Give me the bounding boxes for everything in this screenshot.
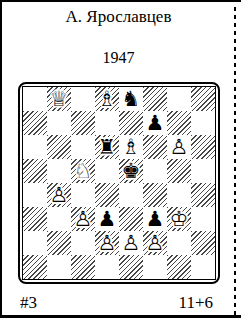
- square-b1: [47, 255, 71, 279]
- material-count-label: 11+6: [179, 293, 213, 313]
- piece-white-pawn-c3: ♟♙: [71, 207, 95, 231]
- square-g1: [167, 255, 191, 279]
- square-c4: [71, 183, 95, 207]
- square-f5: [143, 159, 167, 183]
- problem-page: А. Ярославцев 1947 ♛♕♝♗♞♟♜♝♗♟♙♞♘♚♟♙♟♙♟♟♚…: [0, 0, 241, 318]
- square-b6: [47, 135, 71, 159]
- piece-white-bishop-e6: ♝♗: [119, 135, 143, 159]
- square-f8: [143, 87, 167, 111]
- square-e5: ♚: [119, 159, 143, 183]
- square-h3: [191, 207, 215, 231]
- year: 1947: [2, 49, 235, 67]
- piece-white-bishop-d8: ♝♗: [95, 87, 119, 111]
- square-h1: [191, 255, 215, 279]
- square-a1: [23, 255, 47, 279]
- piece-white-pawn-g6: ♟♙: [167, 135, 191, 159]
- square-f1: [143, 255, 167, 279]
- square-g8: [167, 87, 191, 111]
- square-h8: [191, 87, 215, 111]
- square-e3: [119, 207, 143, 231]
- square-a3: [23, 207, 47, 231]
- square-f6: [143, 135, 167, 159]
- square-f3: ♟: [143, 207, 167, 231]
- square-d7: [95, 111, 119, 135]
- square-c2: [71, 231, 95, 255]
- square-h7: [191, 111, 215, 135]
- square-e1: [119, 255, 143, 279]
- square-f2: ♟♙: [143, 231, 167, 255]
- square-c6: [71, 135, 95, 159]
- square-c5: ♞♘: [71, 159, 95, 183]
- square-a8: [23, 87, 47, 111]
- square-d5: [95, 159, 119, 183]
- square-g6: ♟♙: [167, 135, 191, 159]
- square-g3: ♚♔: [167, 207, 191, 231]
- square-g5: [167, 159, 191, 183]
- square-d4: [95, 183, 119, 207]
- square-c8: [71, 87, 95, 111]
- square-b2: [47, 231, 71, 255]
- square-h6: [191, 135, 215, 159]
- square-b7: [47, 111, 71, 135]
- piece-white-pawn-d2: ♟♙: [95, 231, 119, 255]
- piece-black-rook-d6: ♜: [95, 135, 119, 159]
- square-h2: [191, 231, 215, 255]
- square-a4: [23, 183, 47, 207]
- square-a7: [23, 111, 47, 135]
- square-e2: ♟♙: [119, 231, 143, 255]
- piece-white-pawn-e2: ♟♙: [119, 231, 143, 255]
- square-g7: [167, 111, 191, 135]
- square-a5: [23, 159, 47, 183]
- square-f4: [143, 183, 167, 207]
- piece-white-knight-c5: ♞♘: [71, 159, 95, 183]
- square-d2: ♟♙: [95, 231, 119, 255]
- square-b3: [47, 207, 71, 231]
- square-c1: [71, 255, 95, 279]
- square-b8: ♛♕: [47, 87, 71, 111]
- square-a2: [23, 231, 47, 255]
- square-e6: ♝♗: [119, 135, 143, 159]
- square-e7: [119, 111, 143, 135]
- chess-board: ♛♕♝♗♞♟♜♝♗♟♙♞♘♚♟♙♟♙♟♟♚♔♟♙♟♙♟♙: [23, 87, 215, 279]
- square-c3: ♟♙: [71, 207, 95, 231]
- piece-black-king-e5: ♚: [119, 159, 143, 183]
- piece-white-queen-b8: ♛♕: [47, 87, 71, 111]
- square-d6: ♜: [95, 135, 119, 159]
- piece-white-pawn-b4: ♟♙: [47, 183, 71, 207]
- square-g2: [167, 231, 191, 255]
- square-d3: ♟: [95, 207, 119, 231]
- square-a6: [23, 135, 47, 159]
- square-d8: ♝♗: [95, 87, 119, 111]
- piece-black-knight-e8: ♞: [119, 87, 143, 111]
- square-b4: ♟♙: [47, 183, 71, 207]
- board-border: ♛♕♝♗♞♟♜♝♗♟♙♞♘♚♟♙♟♙♟♟♚♔♟♙♟♙♟♙: [22, 86, 216, 280]
- piece-black-pawn-f7: ♟: [143, 111, 167, 135]
- square-c7: [71, 111, 95, 135]
- piece-black-pawn-d3: ♟: [95, 207, 119, 231]
- board-frame: ♛♕♝♗♞♟♜♝♗♟♙♞♘♚♟♙♟♙♟♟♚♔♟♙♟♙♟♙: [18, 82, 220, 284]
- author-name: А. Ярославцев: [2, 7, 235, 27]
- stipulation-label: #3: [20, 293, 37, 313]
- square-e4: [119, 183, 143, 207]
- piece-white-king-g3: ♚♔: [167, 207, 191, 231]
- square-e8: ♞: [119, 87, 143, 111]
- piece-white-pawn-f2: ♟♙: [143, 231, 167, 255]
- piece-black-pawn-f3: ♟: [143, 207, 167, 231]
- square-h4: [191, 183, 215, 207]
- square-g4: [167, 183, 191, 207]
- square-f7: ♟: [143, 111, 167, 135]
- square-b5: [47, 159, 71, 183]
- square-d1: [95, 255, 119, 279]
- square-h5: [191, 159, 215, 183]
